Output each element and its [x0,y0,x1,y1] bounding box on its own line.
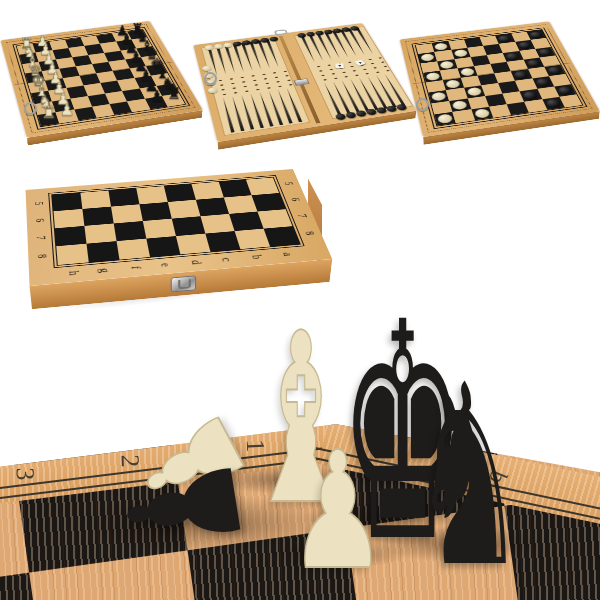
file-letter-label: h [65,270,83,276]
board-square [172,216,206,236]
black-checkers-piece [522,90,539,100]
file-letter-label: c [218,257,236,262]
board-square [127,99,150,113]
white-rook-piece: ♜ [39,105,58,121]
black-pawn-piece: ♟ [147,89,165,105]
board-square [83,83,105,96]
backgammon-point [307,34,325,63]
view-open-checkers-board [396,0,600,126]
black-checkers-piece [498,35,513,43]
backgammon-point [220,96,235,133]
white-checkers-piece [426,72,441,81]
board-square [257,209,292,228]
file-letter-label: f [127,265,145,269]
file-letter-label: b [248,254,266,260]
board-square [54,209,85,228]
die [335,63,345,68]
backgammon-point [230,95,246,131]
backgammon-point [315,33,334,61]
clasp-ring-icon [416,98,429,111]
backgammon-point [299,35,317,64]
backgammon-point [339,30,359,58]
coordinate-label: b [483,466,513,487]
board-square [467,96,489,109]
rank-number-label: 8 [300,231,317,236]
black-checkers-piece [505,52,520,60]
rank-number-label: 7 [32,235,48,240]
white-checkers-piece [452,100,468,110]
white-checkers-piece [459,67,474,76]
backgammon-point [365,75,389,109]
piece-shadow [372,525,547,563]
metal-clasp [171,275,197,292]
backgammon-point [347,29,367,57]
checkers-squares [415,29,584,126]
backgammon-point [356,76,379,110]
board-square [176,234,211,255]
white-checkers-piece [440,60,455,69]
board-square [56,244,88,265]
chess-squares: ♜♟♟♜♞♟♟♞♝♟♟♝♛♟♟♛♚♟♟♚♝♟♟♝♞♟♟♞♜♟♟♜ [16,29,187,127]
board-square [117,239,150,260]
backgammon-point [322,81,343,116]
board-square [111,204,143,223]
board-square [434,112,456,126]
board-square [471,107,493,121]
board-square [139,202,171,221]
black-checkers-piece [545,98,562,108]
backgammon-point [339,79,361,113]
board-square [453,109,475,123]
rank-number-label: 8 [33,254,49,259]
black-checkers-piece [517,41,532,49]
white-checkers-piece [431,92,447,102]
board-square [559,94,582,107]
coordinate-label: 1 [240,439,270,453]
view-open-chess-board: ♜♟♟♜♞♟♟♞♝♟♟♝♛♟♟♛♚♟♟♚♝♟♟♝♞♟♟♞♜♟♟♜ [0,0,205,126]
rank-number-label: 6 [287,197,303,202]
backgammon-point [323,32,342,60]
board-square [264,226,300,246]
board-square [489,104,511,118]
box-half-board-squares [51,177,301,266]
board-square [423,70,443,82]
board-square [87,241,120,262]
rank-number-label: 5 [31,201,46,206]
backgammon-checker [269,36,279,41]
white-checkers-piece [420,53,434,61]
board-square [524,99,547,112]
file-letter-label: d [187,259,205,265]
backgammon-point [284,87,303,122]
coordinate-label: 2 [115,454,145,468]
black-rook-piece: ♜ [165,86,183,102]
board-square [82,207,113,226]
clasp-ring-icon [24,102,37,115]
rank-number-label: 6 [31,218,46,223]
rank-number-labels-left: 5678 [29,195,52,267]
backgammon-point [239,94,255,130]
metal-latch [274,29,289,35]
backgammon-point [355,28,376,56]
board-square [143,219,176,239]
open-backgammon-board [193,23,416,142]
coordinate-label: 3 [9,467,39,481]
piece-shadow [212,465,362,495]
black-checkers-piece [513,70,529,79]
white-checkers-piece [473,108,490,118]
white-checkers-piece [434,43,448,51]
file-letter-label: e [157,262,175,267]
clasp-ring-icon [204,72,217,85]
backgammon-point [257,91,275,127]
file-letter-label: g [96,267,114,273]
white-checkers-piece [437,113,453,124]
board-square [55,226,87,246]
backgammon-board [193,23,416,142]
black-checkers-piece [529,31,544,39]
board-square: ♟ [56,109,78,123]
file-letter-label: a [278,252,296,257]
white-checkers-piece [466,87,482,97]
product-photo-canvas: ♜♟♟♜♞♟♟♞♝♟♟♝♛♟♟♛♚♟♟♚♝♟♟♝♞♟♟♞♜♟♟♜ [0,0,600,600]
closed-chess-box: hgfedcba 5678 5678 [26,169,333,286]
board-square [74,107,96,121]
backgammon-point [373,74,397,108]
white-checkers-piece [446,79,461,88]
board-square [68,46,88,57]
board-square [84,223,116,243]
rank-number-label: 7 [293,214,309,219]
board-square [146,236,180,257]
black-checkers-piece [535,78,551,87]
backgammon-point [248,92,265,128]
view-open-backgammon-board [198,0,404,128]
black-checkers-piece [547,66,563,75]
backgammon-point [331,31,351,59]
white-pawn-piece: ♟ [58,102,77,118]
backgammon-point [265,39,281,68]
black-checkers-piece [537,48,552,56]
backgammon-leaf [201,38,310,136]
backgammon-point [275,88,294,124]
board-square [494,71,515,83]
open-checkers-board [400,22,600,138]
board-square [235,229,270,250]
board-square [205,231,240,252]
view-closed-box: hgfedcba 5678 5678 [6,146,351,316]
rank-number-label: 5 [280,181,295,185]
backgammon-point [348,78,371,112]
white-checkers-piece [453,49,468,57]
black-checkers-piece [557,85,574,95]
board-square: ♜ [38,112,60,126]
backgammon-point [266,90,284,126]
backgammon-point [330,80,352,114]
board-square: ♟ [145,96,168,109]
board-square [542,97,565,110]
open-chess-board: ♜♟♟♜♞♟♟♞♝♟♟♝♛♟♟♛♚♟♟♚♝♟♟♝♞♟♟♞♜♟♟♜ [1,21,203,138]
board-square [168,200,201,219]
board-square [114,221,147,241]
board-square [201,214,235,234]
